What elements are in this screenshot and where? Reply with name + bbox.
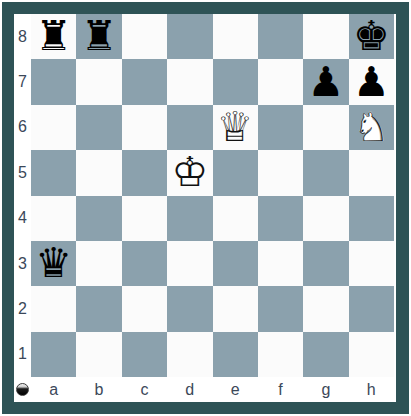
rank-label-2: 2 — [14, 286, 31, 331]
square-h1[interactable] — [349, 332, 394, 377]
square-a7[interactable] — [31, 59, 76, 104]
square-a4[interactable] — [31, 196, 76, 241]
black-pawn: ♟ — [349, 59, 394, 104]
file-label-e: e — [213, 377, 258, 402]
square-b6[interactable] — [76, 105, 121, 150]
square-a1[interactable] — [31, 332, 76, 377]
chess-diagram: 87654321 ♜♜♚♟♟♛♕♞♘♚♔♛ abcdefgh — [0, 0, 411, 416]
black-to-move-indicator-icon — [16, 383, 29, 396]
rank-label-8: 8 — [14, 14, 31, 59]
rank-label-5: 5 — [14, 150, 31, 195]
square-e8[interactable] — [213, 14, 258, 59]
rank-label-4: 4 — [14, 196, 31, 241]
square-g2[interactable] — [303, 286, 348, 331]
square-f6[interactable] — [258, 105, 303, 150]
square-e2[interactable] — [213, 286, 258, 331]
square-d7[interactable] — [167, 59, 212, 104]
square-b7[interactable] — [76, 59, 121, 104]
square-f7[interactable] — [258, 59, 303, 104]
square-h7[interactable]: ♟ — [349, 59, 394, 104]
square-h3[interactable] — [349, 241, 394, 286]
rank-label-3: 3 — [14, 241, 31, 286]
square-g5[interactable] — [303, 150, 348, 195]
square-f2[interactable] — [258, 286, 303, 331]
square-b4[interactable] — [76, 196, 121, 241]
square-g8[interactable] — [303, 14, 348, 59]
chess-board: ♜♜♚♟♟♛♕♞♘♚♔♛ — [31, 14, 394, 377]
file-label-h: h — [349, 377, 394, 402]
board-corner — [14, 377, 31, 402]
file-label-b: b — [76, 377, 121, 402]
square-g7[interactable]: ♟ — [303, 59, 348, 104]
square-e3[interactable] — [213, 241, 258, 286]
square-h4[interactable] — [349, 196, 394, 241]
black-king: ♚ — [349, 14, 394, 59]
square-f4[interactable] — [258, 196, 303, 241]
file-label-c: c — [122, 377, 167, 402]
square-d2[interactable] — [167, 286, 212, 331]
black-rook: ♜ — [76, 14, 121, 59]
board-frame: 87654321 ♜♜♚♟♟♛♕♞♘♚♔♛ abcdefgh — [2, 2, 409, 414]
square-h8[interactable]: ♚ — [349, 14, 394, 59]
file-label-d: d — [167, 377, 212, 402]
rank-label-6: 6 — [14, 105, 31, 150]
square-b3[interactable] — [76, 241, 121, 286]
square-g3[interactable] — [303, 241, 348, 286]
square-e5[interactable] — [213, 150, 258, 195]
square-b2[interactable] — [76, 286, 121, 331]
square-c4[interactable] — [122, 196, 167, 241]
square-h5[interactable] — [349, 150, 394, 195]
square-d6[interactable] — [167, 105, 212, 150]
square-e7[interactable] — [213, 59, 258, 104]
square-g6[interactable] — [303, 105, 348, 150]
black-queen: ♛ — [31, 241, 76, 286]
rank-label-1: 1 — [14, 332, 31, 377]
square-h2[interactable] — [349, 286, 394, 331]
square-b5[interactable] — [76, 150, 121, 195]
square-d4[interactable] — [167, 196, 212, 241]
white-knight-outline: ♘ — [349, 105, 394, 150]
square-c6[interactable] — [122, 105, 167, 150]
square-a8[interactable]: ♜ — [31, 14, 76, 59]
square-a5[interactable] — [31, 150, 76, 195]
square-d5[interactable]: ♚♔ — [167, 150, 212, 195]
rank-label-7: 7 — [14, 59, 31, 104]
square-a3[interactable]: ♛ — [31, 241, 76, 286]
square-d1[interactable] — [167, 332, 212, 377]
white-king: ♚♔ — [167, 150, 212, 195]
square-f1[interactable] — [258, 332, 303, 377]
square-g4[interactable] — [303, 196, 348, 241]
white-queen-outline: ♕ — [213, 105, 258, 150]
square-f8[interactable] — [258, 14, 303, 59]
square-c7[interactable] — [122, 59, 167, 104]
square-d8[interactable] — [167, 14, 212, 59]
square-h6[interactable]: ♞♘ — [349, 105, 394, 150]
square-f5[interactable] — [258, 150, 303, 195]
square-c2[interactable] — [122, 286, 167, 331]
file-label-g: g — [303, 377, 348, 402]
white-king-outline: ♔ — [167, 150, 212, 195]
square-c3[interactable] — [122, 241, 167, 286]
square-a2[interactable] — [31, 286, 76, 331]
board-inner: 87654321 ♜♜♚♟♟♛♕♞♘♚♔♛ abcdefgh — [14, 14, 396, 402]
file-label-a: a — [31, 377, 76, 402]
square-b8[interactable]: ♜ — [76, 14, 121, 59]
square-c8[interactable] — [122, 14, 167, 59]
square-f3[interactable] — [258, 241, 303, 286]
square-e4[interactable] — [213, 196, 258, 241]
black-rook: ♜ — [31, 14, 76, 59]
black-pawn: ♟ — [303, 59, 348, 104]
square-e1[interactable] — [213, 332, 258, 377]
white-queen: ♛♕ — [213, 105, 258, 150]
square-c5[interactable] — [122, 150, 167, 195]
square-g1[interactable] — [303, 332, 348, 377]
white-knight: ♞♘ — [349, 105, 394, 150]
file-label-f: f — [258, 377, 303, 402]
square-d3[interactable] — [167, 241, 212, 286]
square-a6[interactable] — [31, 105, 76, 150]
file-labels: abcdefgh — [31, 377, 394, 402]
rank-labels: 87654321 — [14, 14, 31, 377]
square-e6[interactable]: ♛♕ — [213, 105, 258, 150]
square-b1[interactable] — [76, 332, 121, 377]
square-c1[interactable] — [122, 332, 167, 377]
